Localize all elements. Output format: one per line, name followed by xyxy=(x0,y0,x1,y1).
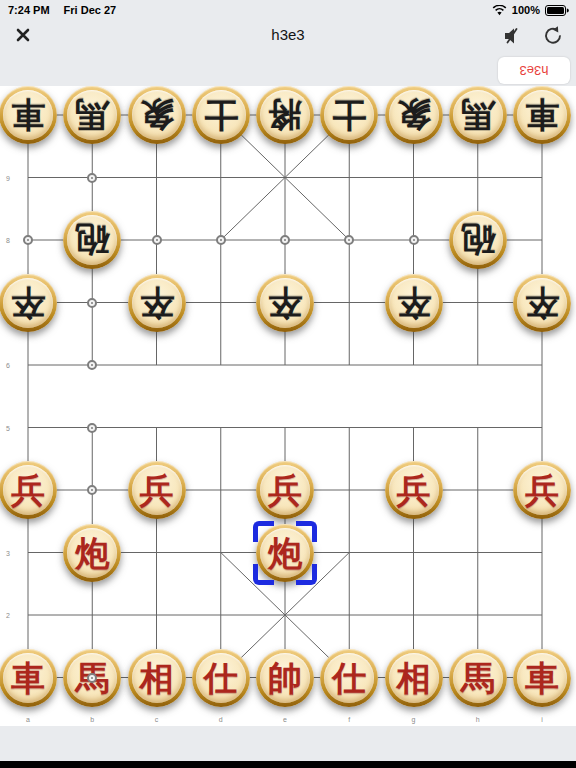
rank-label: 3 xyxy=(6,549,10,556)
move-hint-b1[interactable] xyxy=(87,673,97,683)
piece-g10[interactable]: 象 xyxy=(385,86,443,144)
piece-d1[interactable]: 仕 xyxy=(192,649,250,707)
battery-percent: 100% xyxy=(512,4,540,16)
piece-e7[interactable]: 卒 xyxy=(256,274,314,332)
piece-c10[interactable]: 象 xyxy=(128,86,186,144)
file-label: b xyxy=(90,716,94,723)
battery-icon xyxy=(545,5,569,16)
piece-i4[interactable]: 兵 xyxy=(513,461,571,519)
piece-a7[interactable]: 卒 xyxy=(0,274,57,332)
piece-f1[interactable]: 仕 xyxy=(320,649,378,707)
piece-a10[interactable]: 車 xyxy=(0,86,57,144)
piece-a1[interactable]: 車 xyxy=(0,649,57,707)
status-bar: 7:24 PM Fri Dec 27 100% xyxy=(0,0,576,20)
move-hint-d8[interactable] xyxy=(216,235,226,245)
piece-c7[interactable]: 卒 xyxy=(128,274,186,332)
piece-i1[interactable]: 車 xyxy=(513,649,571,707)
piece-h1[interactable]: 馬 xyxy=(449,649,507,707)
piece-g4[interactable]: 兵 xyxy=(385,461,443,519)
piece-i7[interactable]: 卒 xyxy=(513,274,571,332)
move-hint-e8[interactable] xyxy=(280,235,290,245)
piece-b3[interactable]: 炮 xyxy=(63,524,121,582)
piece-h10[interactable]: 馬 xyxy=(449,86,507,144)
piece-c1[interactable]: 相 xyxy=(128,649,186,707)
piece-a4[interactable]: 兵 xyxy=(0,461,57,519)
piece-e3[interactable]: 炮 xyxy=(256,524,314,582)
opponent-last-move-button[interactable]: h3e3 xyxy=(498,57,570,84)
app-screen: 987654321abcdefghi車馬象士將士象馬車砲砲卒卒卒卒卒兵兵兵兵兵炮… xyxy=(0,0,576,768)
restart-icon[interactable] xyxy=(542,25,564,47)
move-hint-b5[interactable] xyxy=(87,423,97,433)
bottom-black-bar xyxy=(0,761,576,768)
move-hint-a8[interactable] xyxy=(23,235,33,245)
file-label: i xyxy=(541,716,543,723)
nav-title: h3e3 xyxy=(0,26,576,43)
piece-d10[interactable]: 士 xyxy=(192,86,250,144)
rank-label: 6 xyxy=(6,362,10,369)
file-label: e xyxy=(283,716,287,723)
status-date: Fri Dec 27 xyxy=(64,4,117,16)
wifi-icon xyxy=(492,5,507,16)
piece-e4[interactable]: 兵 xyxy=(256,461,314,519)
rank-label: 8 xyxy=(6,237,10,244)
rank-label: 5 xyxy=(6,424,10,431)
file-label: h xyxy=(476,716,480,723)
move-hint-c8[interactable] xyxy=(152,235,162,245)
move-hint-b7[interactable] xyxy=(87,298,97,308)
file-label: c xyxy=(155,716,159,723)
piece-c4[interactable]: 兵 xyxy=(128,461,186,519)
file-label: a xyxy=(26,716,30,723)
move-hint-g8[interactable] xyxy=(409,235,419,245)
header: 7:24 PM Fri Dec 27 100% xyxy=(0,0,576,86)
rank-label: 9 xyxy=(6,174,10,181)
move-hint-b9[interactable] xyxy=(87,173,97,183)
piece-h8[interactable]: 砲 xyxy=(449,211,507,269)
piece-e10[interactable]: 將 xyxy=(256,86,314,144)
rank-label: 2 xyxy=(6,612,10,619)
status-time: 7:24 PM xyxy=(8,4,50,16)
speaker-muted-icon[interactable] xyxy=(502,25,524,47)
file-label: d xyxy=(219,716,223,723)
piece-g7[interactable]: 卒 xyxy=(385,274,443,332)
file-label: f xyxy=(348,716,350,723)
nav-bar: h3e3 xyxy=(0,20,576,52)
file-label: g xyxy=(412,716,416,723)
piece-b8[interactable]: 砲 xyxy=(63,211,121,269)
piece-g1[interactable]: 相 xyxy=(385,649,443,707)
piece-f10[interactable]: 士 xyxy=(320,86,378,144)
piece-i10[interactable]: 車 xyxy=(513,86,571,144)
piece-e1[interactable]: 帥 xyxy=(256,649,314,707)
piece-b10[interactable]: 馬 xyxy=(63,86,121,144)
